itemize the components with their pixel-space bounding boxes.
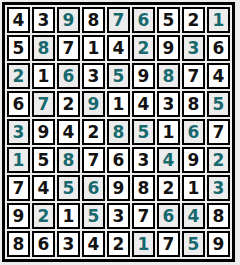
cell-r9c2[interactable]: 6: [32, 231, 55, 257]
cell-r2c9[interactable]: 6: [207, 35, 230, 61]
cell-r9c7[interactable]: 7: [157, 231, 180, 257]
cell-r8c5[interactable]: 3: [107, 203, 130, 229]
cell-r6c4[interactable]: 7: [82, 147, 105, 173]
cell-r8c9[interactable]: 8: [207, 203, 230, 229]
cell-r3c6[interactable]: 9: [132, 63, 155, 89]
cell-r5c1[interactable]: 3: [7, 119, 30, 145]
cell-r2c2[interactable]: 8: [32, 35, 55, 61]
cell-r2c3[interactable]: 7: [57, 35, 80, 61]
cell-r7c5[interactable]: 9: [107, 175, 130, 201]
cell-r9c8[interactable]: 5: [182, 231, 205, 257]
cell-r6c9[interactable]: 2: [207, 147, 230, 173]
cell-r4c7[interactable]: 3: [157, 91, 180, 117]
cell-r2c4[interactable]: 1: [82, 35, 105, 61]
cell-r2c6[interactable]: 2: [132, 35, 155, 61]
cell-r5c6[interactable]: 5: [132, 119, 155, 145]
cell-r3c4[interactable]: 3: [82, 63, 105, 89]
cell-r6c7[interactable]: 4: [157, 147, 180, 173]
cell-r7c2[interactable]: 4: [32, 175, 55, 201]
cell-r5c7[interactable]: 1: [157, 119, 180, 145]
cell-r7c4[interactable]: 6: [82, 175, 105, 201]
cell-r8c4[interactable]: 5: [82, 203, 105, 229]
cell-r9c3[interactable]: 3: [57, 231, 80, 257]
cell-r7c3[interactable]: 5: [57, 175, 80, 201]
cell-r9c1[interactable]: 8: [7, 231, 30, 257]
cell-r4c3[interactable]: 2: [57, 91, 80, 117]
cell-r3c1[interactable]: 2: [7, 63, 30, 89]
cell-r8c8[interactable]: 4: [182, 203, 205, 229]
sudoku-board: 4398765215871429362163598746729143853942…: [2, 2, 235, 262]
cell-r9c9[interactable]: 9: [207, 231, 230, 257]
cell-r9c6[interactable]: 1: [132, 231, 155, 257]
cell-r1c7[interactable]: 5: [157, 7, 180, 33]
cell-r3c2[interactable]: 1: [32, 63, 55, 89]
cell-r3c5[interactable]: 5: [107, 63, 130, 89]
cell-r5c8[interactable]: 6: [182, 119, 205, 145]
cell-r1c9[interactable]: 1: [207, 7, 230, 33]
cell-r3c7[interactable]: 8: [157, 63, 180, 89]
cell-r6c6[interactable]: 3: [132, 147, 155, 173]
cell-r7c6[interactable]: 8: [132, 175, 155, 201]
cell-r8c2[interactable]: 2: [32, 203, 55, 229]
cell-r5c5[interactable]: 8: [107, 119, 130, 145]
cell-r8c3[interactable]: 1: [57, 203, 80, 229]
cell-r9c5[interactable]: 2: [107, 231, 130, 257]
cell-r8c6[interactable]: 7: [132, 203, 155, 229]
cell-r4c1[interactable]: 6: [7, 91, 30, 117]
cell-r6c8[interactable]: 9: [182, 147, 205, 173]
cell-r4c9[interactable]: 5: [207, 91, 230, 117]
cell-r2c5[interactable]: 4: [107, 35, 130, 61]
cell-r6c3[interactable]: 8: [57, 147, 80, 173]
cell-r3c8[interactable]: 7: [182, 63, 205, 89]
cell-r1c8[interactable]: 2: [182, 7, 205, 33]
cell-r3c9[interactable]: 4: [207, 63, 230, 89]
cell-r8c1[interactable]: 9: [7, 203, 30, 229]
cell-r1c5[interactable]: 7: [107, 7, 130, 33]
cell-r4c4[interactable]: 9: [82, 91, 105, 117]
cell-r1c3[interactable]: 9: [57, 7, 80, 33]
cell-r5c9[interactable]: 7: [207, 119, 230, 145]
cell-r6c2[interactable]: 5: [32, 147, 55, 173]
cell-r4c5[interactable]: 1: [107, 91, 130, 117]
cell-r1c1[interactable]: 4: [7, 7, 30, 33]
cell-r7c1[interactable]: 7: [7, 175, 30, 201]
cell-r7c8[interactable]: 1: [182, 175, 205, 201]
cell-r1c4[interactable]: 8: [82, 7, 105, 33]
cell-r8c7[interactable]: 6: [157, 203, 180, 229]
cell-r7c9[interactable]: 3: [207, 175, 230, 201]
cell-r1c2[interactable]: 3: [32, 7, 55, 33]
cell-r2c8[interactable]: 3: [182, 35, 205, 61]
cell-r5c4[interactable]: 2: [82, 119, 105, 145]
cell-r1c6[interactable]: 6: [132, 7, 155, 33]
cell-r6c5[interactable]: 6: [107, 147, 130, 173]
cell-r4c2[interactable]: 7: [32, 91, 55, 117]
cell-r7c7[interactable]: 2: [157, 175, 180, 201]
cell-r4c8[interactable]: 8: [182, 91, 205, 117]
cell-r4c6[interactable]: 4: [132, 91, 155, 117]
cell-r9c4[interactable]: 4: [82, 231, 105, 257]
cell-r2c1[interactable]: 5: [7, 35, 30, 61]
cell-r5c2[interactable]: 9: [32, 119, 55, 145]
cell-r6c1[interactable]: 1: [7, 147, 30, 173]
cell-r5c3[interactable]: 4: [57, 119, 80, 145]
cell-r3c3[interactable]: 6: [57, 63, 80, 89]
cell-r2c7[interactable]: 9: [157, 35, 180, 61]
